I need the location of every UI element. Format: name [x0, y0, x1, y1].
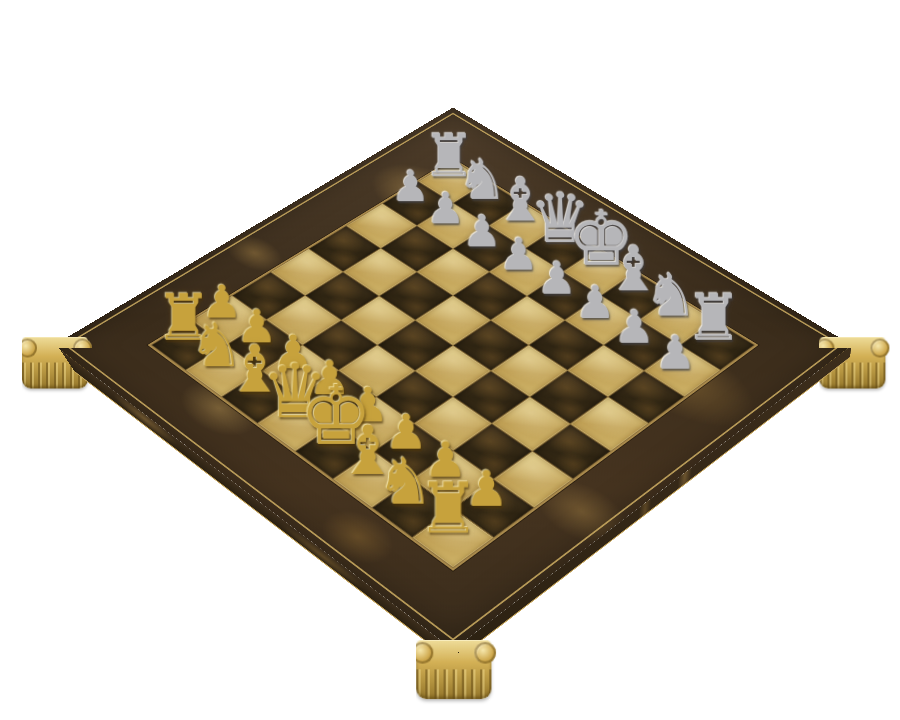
board-scene: ♜♞♝♛♚♝♞♜♟♟♟♟♟♟♟♟♟♟♟♟♟♟♟♟♜♞♝♛♚♝♞♜: [0, 0, 900, 720]
piece-black-pawn-h7[interactable]: ♟: [649, 329, 702, 376]
board-field: ♜♞♝♛♚♝♞♜♟♟♟♟♟♟♟♟♟♟♟♟♟♟♟♟♜♞♝♛♚♝♞♜: [148, 158, 759, 570]
product-photo-stage: ♜♞♝♛♚♝♞♜♟♟♟♟♟♟♟♟♟♟♟♟♟♟♟♟♜♞♝♛♚♝♞♜: [0, 0, 900, 720]
piece-white-rook-h1[interactable]: ♜: [417, 473, 474, 543]
chess-board: ♜♞♝♛♚♝♞♜♟♟♟♟♟♟♟♟♟♟♟♟♟♟♟♟♜♞♝♛♚♝♞♜: [54, 107, 852, 649]
